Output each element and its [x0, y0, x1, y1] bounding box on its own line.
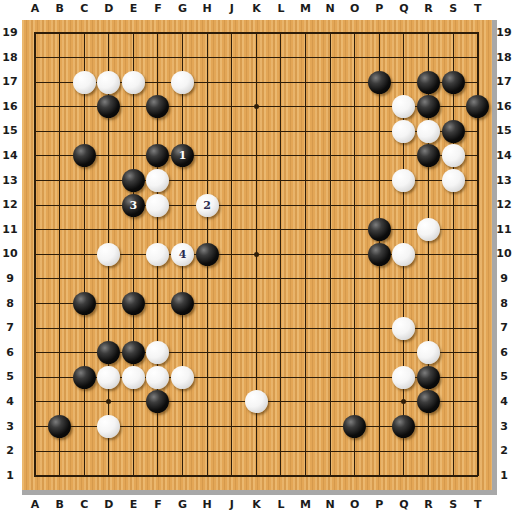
board-point-A13[interactable]	[23, 168, 48, 193]
board-point-O16[interactable]	[342, 94, 367, 119]
board-point-C19[interactable]	[72, 21, 97, 46]
board-point-F18[interactable]	[146, 45, 171, 70]
board-point-O19[interactable]	[342, 21, 367, 46]
board-point-E13[interactable]	[121, 168, 146, 193]
board-point-B18[interactable]	[47, 45, 72, 70]
board-point-P8[interactable]	[367, 291, 392, 316]
board-point-E6[interactable]	[121, 340, 146, 365]
board-point-O15[interactable]	[342, 119, 367, 144]
board-point-E2[interactable]	[121, 439, 146, 464]
board-point-A7[interactable]	[23, 316, 48, 341]
board-point-S14[interactable]	[441, 144, 466, 169]
board-point-J5[interactable]	[219, 365, 244, 390]
board-point-M7[interactable]	[293, 316, 318, 341]
board-point-T7[interactable]	[465, 316, 490, 341]
board-point-J18[interactable]	[219, 45, 244, 70]
board-point-G18[interactable]	[170, 45, 195, 70]
board-point-B4[interactable]	[47, 390, 72, 415]
board-point-G7[interactable]	[170, 316, 195, 341]
board-point-B6[interactable]	[47, 340, 72, 365]
board-point-C1[interactable]	[72, 463, 97, 488]
board-point-A12[interactable]	[23, 193, 48, 218]
board-point-L16[interactable]	[269, 94, 294, 119]
board-point-M5[interactable]	[293, 365, 318, 390]
board-point-N16[interactable]	[318, 94, 343, 119]
board-point-H5[interactable]	[195, 365, 220, 390]
board-point-C16[interactable]	[72, 94, 97, 119]
board-point-L15[interactable]	[269, 119, 294, 144]
board-point-F13[interactable]	[146, 168, 171, 193]
board-point-K5[interactable]	[244, 365, 269, 390]
board-point-S1[interactable]	[441, 463, 466, 488]
board-point-J13[interactable]	[219, 168, 244, 193]
board-point-E16[interactable]	[121, 94, 146, 119]
board-point-F14[interactable]	[146, 144, 171, 169]
board-point-B11[interactable]	[47, 217, 72, 242]
board-point-Q18[interactable]	[392, 45, 417, 70]
board-point-M3[interactable]	[293, 414, 318, 439]
board-point-Q4[interactable]	[392, 390, 417, 415]
board-point-R12[interactable]	[416, 193, 441, 218]
board-point-H12[interactable]: 2	[195, 193, 220, 218]
board-point-Q14[interactable]	[392, 144, 417, 169]
board-point-N1[interactable]	[318, 463, 343, 488]
board-point-G3[interactable]	[170, 414, 195, 439]
board-point-F17[interactable]	[146, 70, 171, 95]
board-point-T10[interactable]	[465, 242, 490, 267]
board-point-J16[interactable]	[219, 94, 244, 119]
board-point-R14[interactable]	[416, 144, 441, 169]
board-point-N8[interactable]	[318, 291, 343, 316]
board-point-D17[interactable]	[96, 70, 121, 95]
board-point-L13[interactable]	[269, 168, 294, 193]
board-point-J14[interactable]	[219, 144, 244, 169]
board-point-A15[interactable]	[23, 119, 48, 144]
board-point-J9[interactable]	[219, 267, 244, 292]
board-point-L18[interactable]	[269, 45, 294, 70]
board-point-O10[interactable]	[342, 242, 367, 267]
board-point-O3[interactable]	[342, 414, 367, 439]
board-point-A18[interactable]	[23, 45, 48, 70]
board-point-Q7[interactable]	[392, 316, 417, 341]
board-point-H6[interactable]	[195, 340, 220, 365]
board-point-K12[interactable]	[244, 193, 269, 218]
board-point-T6[interactable]	[465, 340, 490, 365]
board-point-K14[interactable]	[244, 144, 269, 169]
board-point-A17[interactable]	[23, 70, 48, 95]
board-point-N13[interactable]	[318, 168, 343, 193]
board-point-H8[interactable]	[195, 291, 220, 316]
board-point-N2[interactable]	[318, 439, 343, 464]
board-point-E18[interactable]	[121, 45, 146, 70]
board-point-B7[interactable]	[47, 316, 72, 341]
board-point-B2[interactable]	[47, 439, 72, 464]
board-point-L5[interactable]	[269, 365, 294, 390]
board-point-O5[interactable]	[342, 365, 367, 390]
board-point-P13[interactable]	[367, 168, 392, 193]
board-point-E12[interactable]: 3	[121, 193, 146, 218]
board-point-B17[interactable]	[47, 70, 72, 95]
board-point-M19[interactable]	[293, 21, 318, 46]
board-point-G9[interactable]	[170, 267, 195, 292]
board-point-O18[interactable]	[342, 45, 367, 70]
board-point-Q12[interactable]	[392, 193, 417, 218]
board-point-P17[interactable]	[367, 70, 392, 95]
board-point-M4[interactable]	[293, 390, 318, 415]
board-point-M8[interactable]	[293, 291, 318, 316]
board-point-N9[interactable]	[318, 267, 343, 292]
board-point-T8[interactable]	[465, 291, 490, 316]
board-point-M18[interactable]	[293, 45, 318, 70]
board-point-O17[interactable]	[342, 70, 367, 95]
board-point-M10[interactable]	[293, 242, 318, 267]
board-point-P6[interactable]	[367, 340, 392, 365]
board-point-E3[interactable]	[121, 414, 146, 439]
board-point-B12[interactable]	[47, 193, 72, 218]
board-point-N6[interactable]	[318, 340, 343, 365]
board-point-C3[interactable]	[72, 414, 97, 439]
board-point-E4[interactable]	[121, 390, 146, 415]
board-point-F1[interactable]	[146, 463, 171, 488]
board-point-D18[interactable]	[96, 45, 121, 70]
board-point-B13[interactable]	[47, 168, 72, 193]
board-point-F5[interactable]	[146, 365, 171, 390]
board-point-D10[interactable]	[96, 242, 121, 267]
board-point-F15[interactable]	[146, 119, 171, 144]
board-point-S15[interactable]	[441, 119, 466, 144]
board-point-Q9[interactable]	[392, 267, 417, 292]
board-point-H1[interactable]	[195, 463, 220, 488]
board-point-D5[interactable]	[96, 365, 121, 390]
board-point-T5[interactable]	[465, 365, 490, 390]
board-point-R4[interactable]	[416, 390, 441, 415]
board-point-Q3[interactable]	[392, 414, 417, 439]
board-point-J1[interactable]	[219, 463, 244, 488]
board-point-J4[interactable]	[219, 390, 244, 415]
board-point-D11[interactable]	[96, 217, 121, 242]
board-point-C10[interactable]	[72, 242, 97, 267]
board-point-L19[interactable]	[269, 21, 294, 46]
board-point-N10[interactable]	[318, 242, 343, 267]
board-point-R15[interactable]	[416, 119, 441, 144]
board-point-Q17[interactable]	[392, 70, 417, 95]
board-point-D7[interactable]	[96, 316, 121, 341]
board-point-Q5[interactable]	[392, 365, 417, 390]
board-point-M9[interactable]	[293, 267, 318, 292]
board-point-S10[interactable]	[441, 242, 466, 267]
board-point-A5[interactable]	[23, 365, 48, 390]
board-point-H9[interactable]	[195, 267, 220, 292]
board-point-D2[interactable]	[96, 439, 121, 464]
board-point-K7[interactable]	[244, 316, 269, 341]
board-point-H17[interactable]	[195, 70, 220, 95]
board-point-R19[interactable]	[416, 21, 441, 46]
board-point-T14[interactable]	[465, 144, 490, 169]
board-point-P11[interactable]	[367, 217, 392, 242]
board-point-P14[interactable]	[367, 144, 392, 169]
board-point-A4[interactable]	[23, 390, 48, 415]
board-point-R17[interactable]	[416, 70, 441, 95]
board-point-P1[interactable]	[367, 463, 392, 488]
board-point-E10[interactable]	[121, 242, 146, 267]
board-point-K11[interactable]	[244, 217, 269, 242]
board-point-D19[interactable]	[96, 21, 121, 46]
board-point-C12[interactable]	[72, 193, 97, 218]
board-point-L12[interactable]	[269, 193, 294, 218]
board-point-L9[interactable]	[269, 267, 294, 292]
board-point-A2[interactable]	[23, 439, 48, 464]
board-point-O8[interactable]	[342, 291, 367, 316]
board-point-G4[interactable]	[170, 390, 195, 415]
board-point-S8[interactable]	[441, 291, 466, 316]
board-point-K18[interactable]	[244, 45, 269, 70]
board-point-R5[interactable]	[416, 365, 441, 390]
board-point-M17[interactable]	[293, 70, 318, 95]
board-point-Q6[interactable]	[392, 340, 417, 365]
board-point-T12[interactable]	[465, 193, 490, 218]
board-point-N7[interactable]	[318, 316, 343, 341]
board-point-B19[interactable]	[47, 21, 72, 46]
board-point-P5[interactable]	[367, 365, 392, 390]
board-point-C2[interactable]	[72, 439, 97, 464]
board-point-B16[interactable]	[47, 94, 72, 119]
board-point-R13[interactable]	[416, 168, 441, 193]
board-point-B14[interactable]	[47, 144, 72, 169]
board-point-R1[interactable]	[416, 463, 441, 488]
board-point-H4[interactable]	[195, 390, 220, 415]
board-point-P19[interactable]	[367, 21, 392, 46]
board-point-K8[interactable]	[244, 291, 269, 316]
board-point-D1[interactable]	[96, 463, 121, 488]
board-point-F4[interactable]	[146, 390, 171, 415]
board-point-C14[interactable]	[72, 144, 97, 169]
board-point-J6[interactable]	[219, 340, 244, 365]
board-point-P12[interactable]	[367, 193, 392, 218]
board-point-S19[interactable]	[441, 21, 466, 46]
board-point-M16[interactable]	[293, 94, 318, 119]
board-point-N18[interactable]	[318, 45, 343, 70]
board-point-J17[interactable]	[219, 70, 244, 95]
board-point-O12[interactable]	[342, 193, 367, 218]
board-point-D8[interactable]	[96, 291, 121, 316]
board-point-R3[interactable]	[416, 414, 441, 439]
board-point-P16[interactable]	[367, 94, 392, 119]
board-point-S11[interactable]	[441, 217, 466, 242]
board-point-K15[interactable]	[244, 119, 269, 144]
board-point-R16[interactable]	[416, 94, 441, 119]
board-point-T3[interactable]	[465, 414, 490, 439]
board-point-Q19[interactable]	[392, 21, 417, 46]
board-point-H15[interactable]	[195, 119, 220, 144]
board-point-O6[interactable]	[342, 340, 367, 365]
board-point-G2[interactable]	[170, 439, 195, 464]
board-point-S17[interactable]	[441, 70, 466, 95]
board-point-F10[interactable]	[146, 242, 171, 267]
board-point-F12[interactable]	[146, 193, 171, 218]
board-point-M6[interactable]	[293, 340, 318, 365]
board-point-J8[interactable]	[219, 291, 244, 316]
board-point-P10[interactable]	[367, 242, 392, 267]
board-point-L11[interactable]	[269, 217, 294, 242]
board-point-M1[interactable]	[293, 463, 318, 488]
board-point-B1[interactable]	[47, 463, 72, 488]
board-point-E17[interactable]	[121, 70, 146, 95]
board-point-P15[interactable]	[367, 119, 392, 144]
board-point-D16[interactable]	[96, 94, 121, 119]
board-point-B5[interactable]	[47, 365, 72, 390]
board-point-A10[interactable]	[23, 242, 48, 267]
board-point-H2[interactable]	[195, 439, 220, 464]
board-point-B9[interactable]	[47, 267, 72, 292]
board-point-L3[interactable]	[269, 414, 294, 439]
board-point-T16[interactable]	[465, 94, 490, 119]
board-point-C15[interactable]	[72, 119, 97, 144]
board-point-B8[interactable]	[47, 291, 72, 316]
board-point-N5[interactable]	[318, 365, 343, 390]
board-point-N14[interactable]	[318, 144, 343, 169]
board-point-E5[interactable]	[121, 365, 146, 390]
board-point-C4[interactable]	[72, 390, 97, 415]
board-point-E19[interactable]	[121, 21, 146, 46]
board-point-P3[interactable]	[367, 414, 392, 439]
board-point-P4[interactable]	[367, 390, 392, 415]
board-point-L4[interactable]	[269, 390, 294, 415]
board-point-H7[interactable]	[195, 316, 220, 341]
board-point-C13[interactable]	[72, 168, 97, 193]
board-point-S16[interactable]	[441, 94, 466, 119]
board-point-Q15[interactable]	[392, 119, 417, 144]
board-point-Q10[interactable]	[392, 242, 417, 267]
board-point-R7[interactable]	[416, 316, 441, 341]
board-point-E1[interactable]	[121, 463, 146, 488]
board-point-M11[interactable]	[293, 217, 318, 242]
board-point-C17[interactable]	[72, 70, 97, 95]
board-point-H11[interactable]	[195, 217, 220, 242]
board-point-B10[interactable]	[47, 242, 72, 267]
board-point-T11[interactable]	[465, 217, 490, 242]
board-point-S9[interactable]	[441, 267, 466, 292]
board-point-D14[interactable]	[96, 144, 121, 169]
board-point-L14[interactable]	[269, 144, 294, 169]
board-point-S2[interactable]	[441, 439, 466, 464]
board-point-J3[interactable]	[219, 414, 244, 439]
board-point-L10[interactable]	[269, 242, 294, 267]
board-point-B3[interactable]	[47, 414, 72, 439]
board-point-P18[interactable]	[367, 45, 392, 70]
board-point-L1[interactable]	[269, 463, 294, 488]
board-point-K1[interactable]	[244, 463, 269, 488]
board-point-J19[interactable]	[219, 21, 244, 46]
board-point-M13[interactable]	[293, 168, 318, 193]
board-point-A19[interactable]	[23, 21, 48, 46]
board-point-R2[interactable]	[416, 439, 441, 464]
board-point-H18[interactable]	[195, 45, 220, 70]
board-point-D4[interactable]	[96, 390, 121, 415]
board-point-O11[interactable]	[342, 217, 367, 242]
board-point-T18[interactable]	[465, 45, 490, 70]
board-point-T9[interactable]	[465, 267, 490, 292]
board-point-C6[interactable]	[72, 340, 97, 365]
board-point-H19[interactable]	[195, 21, 220, 46]
board-point-R8[interactable]	[416, 291, 441, 316]
board-point-E11[interactable]	[121, 217, 146, 242]
board-point-F9[interactable]	[146, 267, 171, 292]
board-point-Q13[interactable]	[392, 168, 417, 193]
board-point-Q2[interactable]	[392, 439, 417, 464]
board-point-K19[interactable]	[244, 21, 269, 46]
board-point-N4[interactable]	[318, 390, 343, 415]
board-point-S3[interactable]	[441, 414, 466, 439]
board-point-J12[interactable]	[219, 193, 244, 218]
board-point-E9[interactable]	[121, 267, 146, 292]
board-point-J11[interactable]	[219, 217, 244, 242]
board-point-T2[interactable]	[465, 439, 490, 464]
board-point-F19[interactable]	[146, 21, 171, 46]
board-point-Q8[interactable]	[392, 291, 417, 316]
board-point-C11[interactable]	[72, 217, 97, 242]
board-point-C5[interactable]	[72, 365, 97, 390]
board-point-K9[interactable]	[244, 267, 269, 292]
board-point-M12[interactable]	[293, 193, 318, 218]
board-point-G1[interactable]	[170, 463, 195, 488]
board-point-G14[interactable]: 1	[170, 144, 195, 169]
board-point-N15[interactable]	[318, 119, 343, 144]
board-point-C9[interactable]	[72, 267, 97, 292]
board-point-N17[interactable]	[318, 70, 343, 95]
board-point-J2[interactable]	[219, 439, 244, 464]
board-point-K6[interactable]	[244, 340, 269, 365]
board-point-P2[interactable]	[367, 439, 392, 464]
board-point-R6[interactable]	[416, 340, 441, 365]
board-point-F2[interactable]	[146, 439, 171, 464]
board-point-K4[interactable]	[244, 390, 269, 415]
board-point-E8[interactable]	[121, 291, 146, 316]
board-point-K13[interactable]	[244, 168, 269, 193]
board-point-F7[interactable]	[146, 316, 171, 341]
board-point-R10[interactable]	[416, 242, 441, 267]
board-point-G10[interactable]: 4	[170, 242, 195, 267]
board-point-H13[interactable]	[195, 168, 220, 193]
board-point-N3[interactable]	[318, 414, 343, 439]
board-point-Q11[interactable]	[392, 217, 417, 242]
board-point-O4[interactable]	[342, 390, 367, 415]
board-point-A14[interactable]	[23, 144, 48, 169]
board-point-S12[interactable]	[441, 193, 466, 218]
board-point-K2[interactable]	[244, 439, 269, 464]
board-point-D15[interactable]	[96, 119, 121, 144]
board-point-L7[interactable]	[269, 316, 294, 341]
board-point-S4[interactable]	[441, 390, 466, 415]
board-point-A6[interactable]	[23, 340, 48, 365]
board-point-F3[interactable]	[146, 414, 171, 439]
board-point-G15[interactable]	[170, 119, 195, 144]
board-point-E14[interactable]	[121, 144, 146, 169]
board-point-G8[interactable]	[170, 291, 195, 316]
board-point-O1[interactable]	[342, 463, 367, 488]
board-point-O13[interactable]	[342, 168, 367, 193]
board-point-E7[interactable]	[121, 316, 146, 341]
board-point-H16[interactable]	[195, 94, 220, 119]
board-point-L17[interactable]	[269, 70, 294, 95]
board-point-T19[interactable]	[465, 21, 490, 46]
board-point-D12[interactable]	[96, 193, 121, 218]
board-point-F8[interactable]	[146, 291, 171, 316]
board-point-G19[interactable]	[170, 21, 195, 46]
board-point-H10[interactable]	[195, 242, 220, 267]
board-point-L2[interactable]	[269, 439, 294, 464]
board-point-F11[interactable]	[146, 217, 171, 242]
board-point-B15[interactable]	[47, 119, 72, 144]
